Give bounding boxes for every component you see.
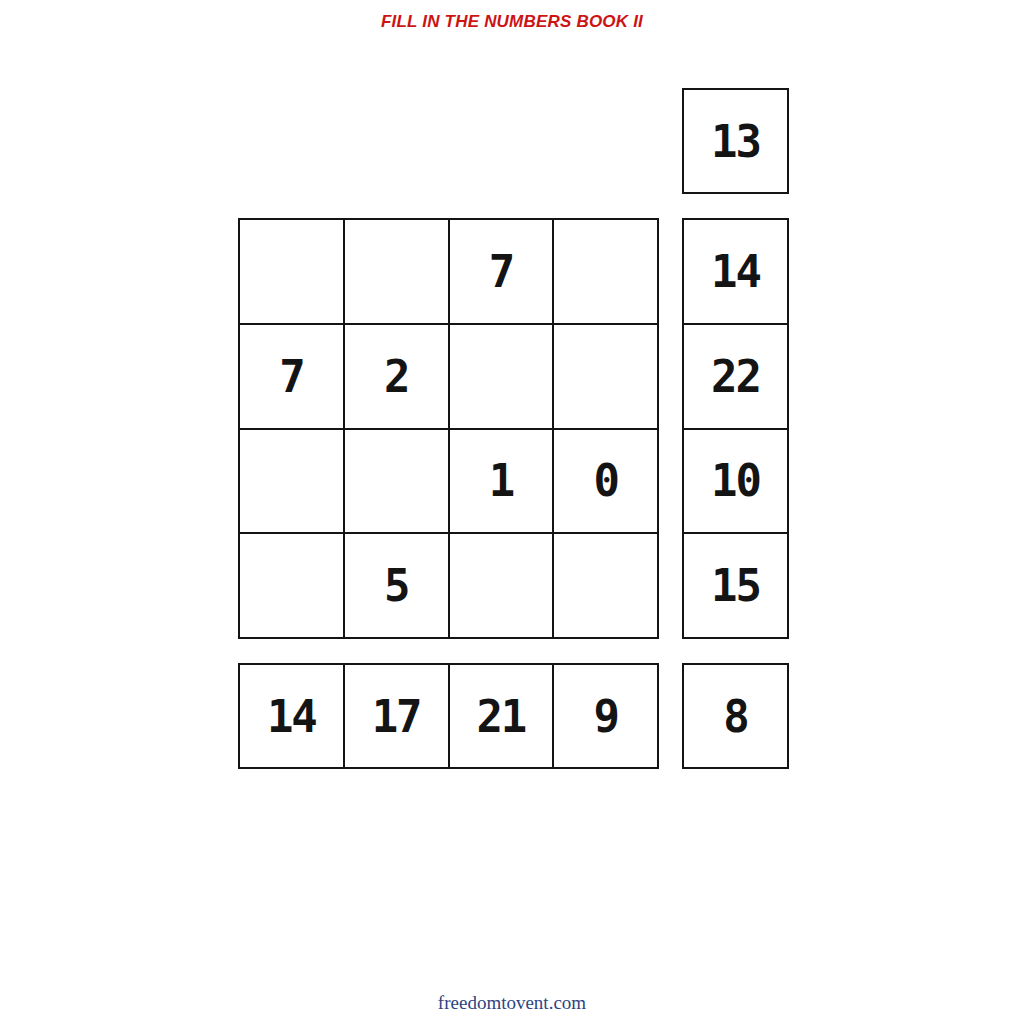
worksheet-page: FILL IN THE NUMBERS BOOK II 13 7 7 2 1 0… — [0, 0, 1024, 1024]
grid-cell-r3c2[interactable] — [345, 430, 448, 533]
row-sum-2: 22 — [684, 325, 787, 428]
grid-cell-r1c4[interactable] — [554, 220, 657, 323]
row-sums-column: 14 22 10 15 — [682, 218, 789, 639]
footer-url: freedomtovent.com — [0, 992, 1024, 1014]
grid-cell-r4c1[interactable] — [240, 534, 343, 637]
grid-cell-r3c4: 0 — [554, 430, 657, 533]
col-sum-3: 21 — [450, 665, 553, 767]
grid-cell-r1c1[interactable] — [240, 220, 343, 323]
row-sum-3: 10 — [684, 430, 787, 533]
grid-cell-r3c3: 1 — [450, 430, 553, 533]
grid-cell-r4c2: 5 — [345, 534, 448, 637]
row-sum-4: 15 — [684, 534, 787, 637]
grid-cell-r4c4[interactable] — [554, 534, 657, 637]
col-sum-1: 14 — [240, 665, 343, 767]
grid-cell-r2c2: 2 — [345, 325, 448, 428]
column-sums-row: 14 17 21 9 — [238, 663, 659, 769]
diagonal-sum-bottom-box: 8 — [682, 663, 789, 769]
grid-cell-r4c3[interactable] — [450, 534, 553, 637]
col-sum-2: 17 — [345, 665, 448, 767]
grid-cell-r1c2[interactable] — [345, 220, 448, 323]
grid-cell-r1c3: 7 — [450, 220, 553, 323]
puzzle-grid: 7 7 2 1 0 5 — [238, 218, 659, 639]
col-sum-4: 9 — [554, 665, 657, 767]
grid-cell-r2c3[interactable] — [450, 325, 553, 428]
page-title: FILL IN THE NUMBERS BOOK II — [0, 12, 1024, 32]
diagonal-sum-bottom-value: 8 — [684, 665, 787, 767]
grid-cell-r2c4[interactable] — [554, 325, 657, 428]
diagonal-sum-top-value: 13 — [684, 90, 787, 192]
diagonal-sum-top-box: 13 — [682, 88, 789, 194]
grid-cell-r3c1[interactable] — [240, 430, 343, 533]
row-sum-1: 14 — [684, 220, 787, 323]
grid-cell-r2c1: 7 — [240, 325, 343, 428]
